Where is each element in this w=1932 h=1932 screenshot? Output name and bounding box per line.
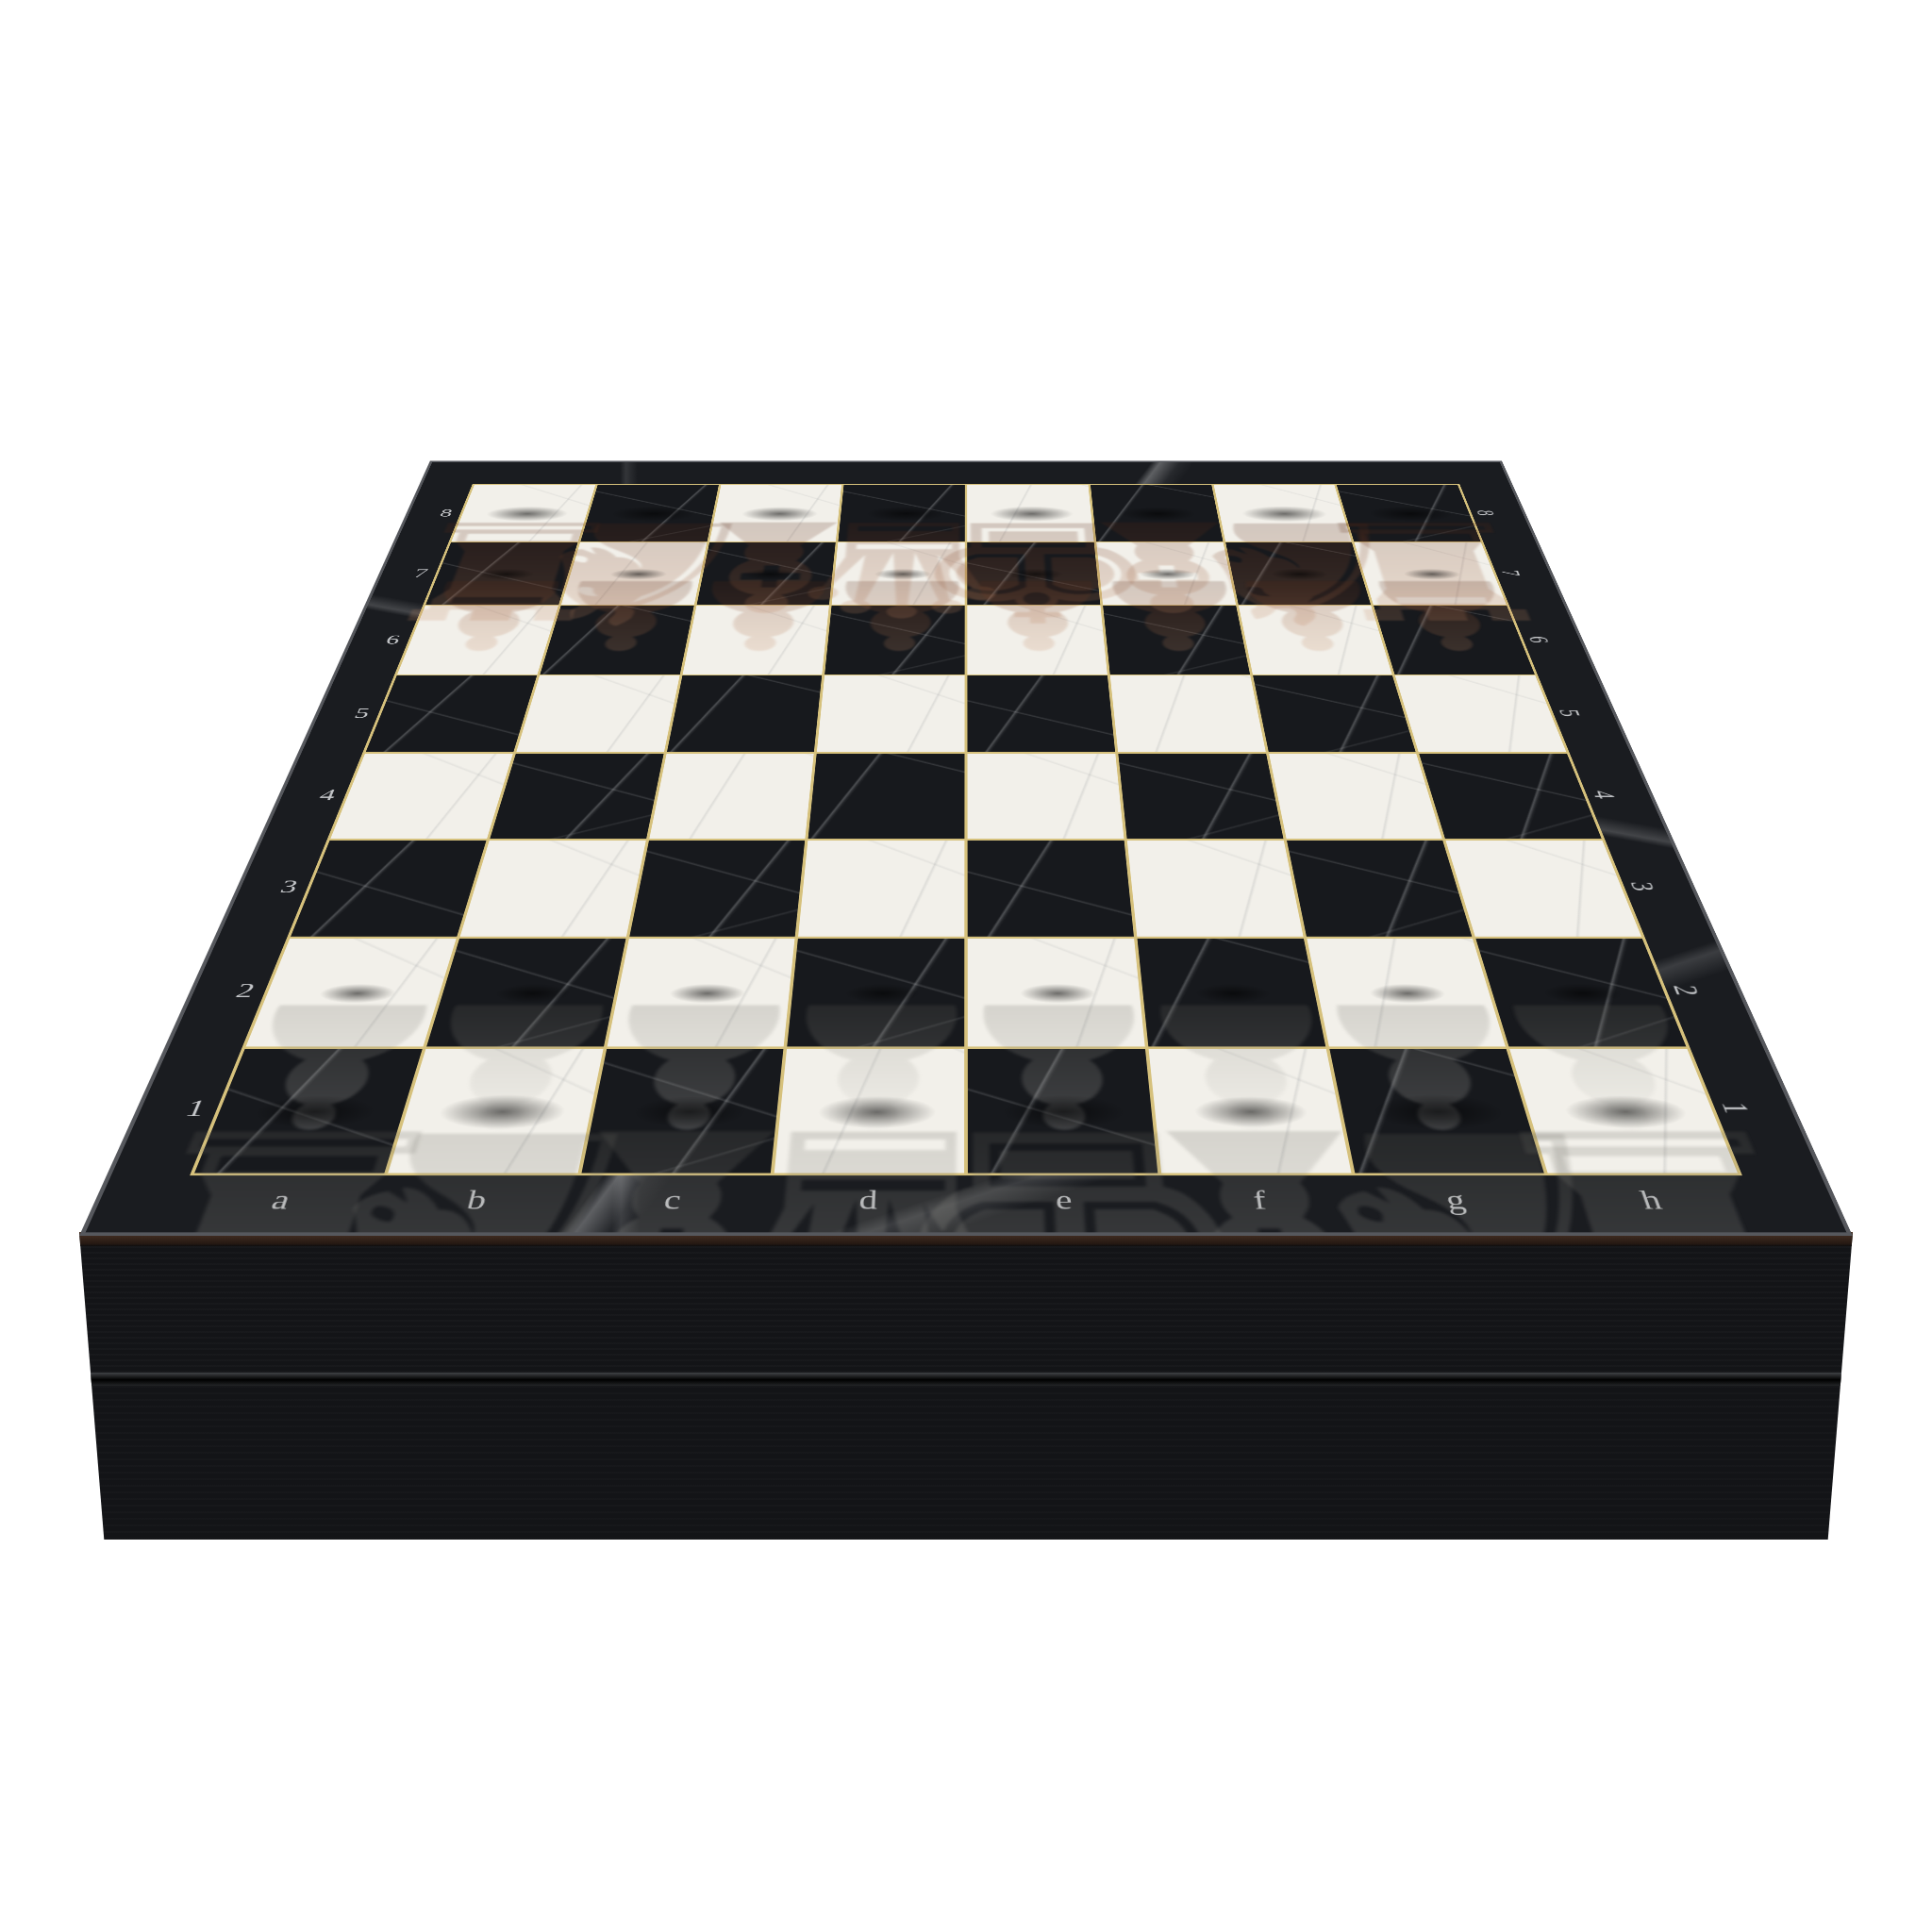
scene: 87654321 87654321 abcdefgh ♜♞♝♛♚♝♞♜♟♟♟♟♟…: [0, 0, 1932, 1932]
square-b3[interactable]: [460, 841, 646, 937]
square-f5[interactable]: [1110, 675, 1266, 752]
square-f4[interactable]: [1118, 754, 1283, 839]
square-a5[interactable]: [366, 675, 537, 752]
square-e3[interactable]: [968, 841, 1134, 937]
square-e4[interactable]: [968, 754, 1124, 839]
square-c3[interactable]: [629, 841, 805, 937]
square-b4[interactable]: [490, 754, 663, 839]
square-e5[interactable]: [967, 675, 1115, 752]
square-d3[interactable]: [798, 841, 964, 937]
square-c5[interactable]: [667, 675, 823, 752]
piece-reflection-glyph: ♜: [1441, 1091, 1853, 1236]
square-g3[interactable]: [1287, 841, 1473, 937]
board-surface: 87654321 87654321 abcdefgh ♜♞♝♛♚♝♞♜♟♟♟♟♟…: [79, 460, 1853, 1236]
square-d5[interactable]: [817, 675, 965, 752]
square-g5[interactable]: [1253, 675, 1416, 752]
square-b5[interactable]: [516, 675, 679, 752]
square-c4[interactable]: [649, 754, 814, 839]
chess-set-product-photo: 87654321 87654321 abcdefgh ♜♞♝♛♚♝♞♜♟♟♟♟♟…: [0, 0, 1932, 1932]
square-d4[interactable]: [808, 754, 965, 839]
square-f3[interactable]: [1127, 841, 1303, 937]
chess-board: 87654321 87654321 abcdefgh ♜♞♝♛♚♝♞♜♟♟♟♟♟…: [79, 460, 1853, 1236]
square-g4[interactable]: [1269, 754, 1442, 839]
